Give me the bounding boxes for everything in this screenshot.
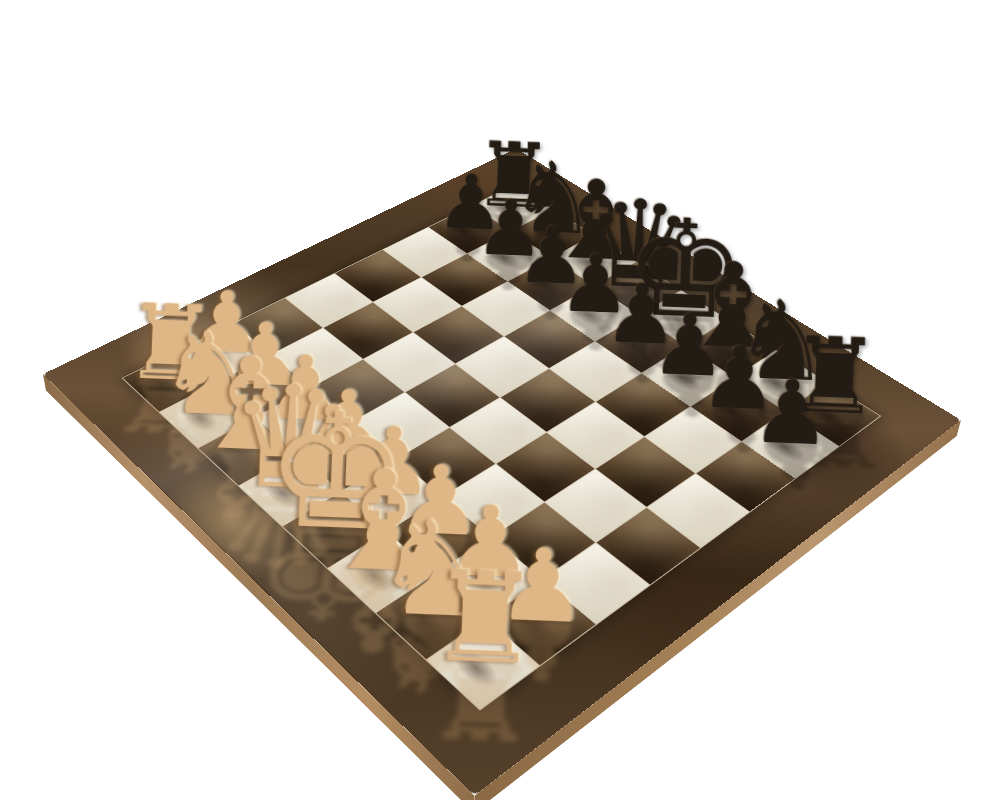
square-h8: ♜♜ <box>786 383 880 446</box>
piece-contact-shadow <box>438 637 513 700</box>
piece-contact-shadow <box>751 425 819 471</box>
piece-contact-shadow <box>293 507 361 560</box>
chess-set-photo: ♜♜♞♞♝♝♛♛♚♚♝♝♞♞♜♜♟♟♟♟♟♟♟♟♟♟♟♟♟♟♟♟♟♟♟♟♟♟♟♟… <box>0 0 1000 800</box>
piece-contact-shadow <box>308 436 372 484</box>
piece-contact-shadow <box>170 396 231 441</box>
piece-contact-shadow <box>339 548 409 604</box>
piece-contact-shadow <box>133 362 192 405</box>
piece-contact-shadow <box>648 301 708 339</box>
piece-contact-shadow <box>250 468 315 518</box>
square-a1: ♜♜ <box>123 350 216 411</box>
piece-contact-shadow <box>209 431 272 478</box>
black-knight-wrap: ♞♞ <box>735 351 827 411</box>
white-rook-wrap: ♜♜ <box>123 350 216 411</box>
photo-tilt-wrapper: ♜♜♞♞♝♝♛♛♚♚♝♝♞♞♜♜♟♟♟♟♟♟♟♟♟♟♟♟♟♟♟♟♟♟♟♟♟♟♟♟… <box>0 0 1000 800</box>
piece-contact-shadow <box>227 367 287 410</box>
piece-contact-shadow <box>352 473 418 523</box>
black-rook-wrap: ♜♜ <box>786 383 880 446</box>
white-bishop-wrap: ♝♝ <box>328 532 434 612</box>
square-f1: ♝♝ <box>328 532 434 612</box>
perspective-wrapper: ♜♜♞♞♝♝♛♛♚♚♝♝♞♞♜♜♟♟♟♟♟♟♟♟♟♟♟♟♟♟♟♟♟♟♟♟♟♟♟♟… <box>0 0 1000 800</box>
piece-contact-shadow <box>387 591 460 650</box>
square-e4 <box>450 397 546 462</box>
square-g8: ♞♞ <box>735 351 827 411</box>
board-grid: ♜♜♞♞♝♝♛♛♚♚♝♝♞♞♜♜♟♟♟♟♟♟♟♟♟♟♟♟♟♟♟♟♟♟♟♟♟♟♟♟… <box>121 185 881 711</box>
chess-board: ♜♜♞♞♝♝♛♛♚♚♝♝♞♞♜♜♟♟♟♟♟♟♟♟♟♟♟♟♟♟♟♟♟♟♟♟♟♟♟♟… <box>43 149 961 796</box>
